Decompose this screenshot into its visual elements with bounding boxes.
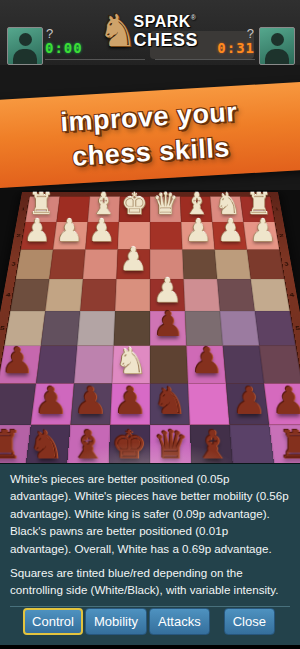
- registered-mark: ®: [191, 14, 197, 21]
- square-d5[interactable]: ♟: [150, 311, 186, 346]
- mobility-button[interactable]: Mobility: [85, 608, 147, 635]
- white-pawn[interactable]: ♟: [86, 213, 118, 248]
- square-a2[interactable]: ♟: [243, 222, 279, 249]
- square-f2[interactable]: ♟: [85, 222, 118, 249]
- white-queen[interactable]: ♛: [150, 190, 181, 221]
- square-a4[interactable]: [251, 279, 290, 311]
- square-g3[interactable]: [49, 249, 85, 279]
- black-pawn[interactable]: ♟: [150, 304, 186, 344]
- analysis-panel: White's pieces are better positioned (0.…: [0, 463, 300, 645]
- avatar-silhouette-icon: [271, 33, 284, 46]
- square-c6[interactable]: ♟: [186, 346, 226, 384]
- square-b3[interactable]: [215, 249, 251, 279]
- square-b6[interactable]: [223, 346, 264, 384]
- promo-banner: improve your chess skills: [0, 81, 300, 188]
- analysis-toolbar: ControlMobilityAttacksClose: [0, 608, 300, 635]
- square-g4[interactable]: [45, 279, 83, 311]
- sparkchess-logo: ♞ SPARK® CHESS: [98, 3, 198, 59]
- black-player-avatar[interactable]: [259, 27, 295, 65]
- logo-text-spark: SPARK®: [133, 14, 198, 30]
- bottom-strip: [0, 645, 300, 649]
- square-f4[interactable]: [80, 279, 116, 311]
- tint-explanation: Squares are tinted blue/red depending on…: [10, 564, 290, 599]
- square-h3[interactable]: [16, 249, 53, 279]
- square-d1[interactable]: ♛: [150, 196, 181, 222]
- square-c4[interactable]: [184, 279, 220, 311]
- white-pawn[interactable]: ♟: [182, 213, 214, 248]
- square-d2[interactable]: [150, 222, 182, 249]
- analysis-summary: White's pieces are better positioned (0.…: [10, 470, 290, 557]
- square-f3[interactable]: [83, 249, 118, 279]
- square-a5[interactable]: [255, 311, 296, 346]
- avatar-silhouette-icon: [265, 49, 289, 64]
- white-player-avatar[interactable]: [7, 27, 43, 65]
- square-h2[interactable]: ♟: [21, 222, 57, 249]
- white-player-name: ?: [46, 26, 53, 41]
- attacks-button[interactable]: Attacks: [149, 608, 210, 635]
- square-e1[interactable]: ♚: [119, 196, 150, 222]
- panel-divider: [10, 606, 290, 607]
- white-knight[interactable]: ♞: [112, 340, 150, 382]
- promo-banner-zone: improve your chess skills: [0, 65, 300, 190]
- white-clock: 0:00: [45, 40, 83, 56]
- square-d6[interactable]: [150, 346, 188, 384]
- black-clock: 0:31: [217, 40, 255, 56]
- white-pawn[interactable]: ♟: [247, 213, 279, 248]
- board-scene: 12345678 12345678 ♜♝♚♛♝♞♜♟♟♟♟♟♟♟♟♟♟♞♟♟♟♟…: [0, 190, 300, 463]
- square-c3[interactable]: [182, 249, 217, 279]
- square-f5[interactable]: [77, 311, 115, 346]
- square-f6[interactable]: [74, 346, 114, 384]
- square-a6[interactable]: [259, 346, 300, 384]
- black-pawn[interactable]: ♟: [0, 340, 36, 382]
- square-b4[interactable]: [217, 279, 255, 311]
- square-g2[interactable]: ♟: [53, 222, 88, 249]
- black-clock-underline: [155, 59, 255, 60]
- square-h4[interactable]: [10, 279, 49, 311]
- control-button[interactable]: Control: [23, 608, 83, 635]
- square-e4[interactable]: [115, 279, 150, 311]
- close-button[interactable]: Close: [224, 608, 275, 635]
- logo-text-chess: CHESS: [133, 31, 198, 49]
- white-pawn[interactable]: ♟: [53, 213, 85, 248]
- white-pawn[interactable]: ♟: [21, 213, 53, 248]
- square-e6[interactable]: ♞: [112, 346, 150, 384]
- white-pawn[interactable]: ♟: [117, 241, 150, 278]
- sparkchess-app: ? 0:00 ? 0:31 ♞ SPARK® CHESS improve you…: [0, 0, 300, 649]
- spotlight-glow: [0, 403, 300, 463]
- black-player-name: ?: [247, 26, 254, 41]
- square-g6[interactable]: [36, 346, 77, 384]
- square-a3[interactable]: [247, 249, 284, 279]
- header-bar: ? 0:00 ? 0:31 ♞ SPARK® CHESS: [0, 0, 300, 65]
- square-h6[interactable]: ♟: [0, 346, 41, 384]
- avatar-silhouette-icon: [19, 33, 32, 46]
- black-pawn[interactable]: ♟: [188, 340, 226, 382]
- square-c2[interactable]: ♟: [181, 222, 214, 249]
- white-king[interactable]: ♚: [119, 190, 150, 221]
- avatar-silhouette-icon: [13, 49, 37, 64]
- knight-logo-icon: ♞: [98, 3, 137, 59]
- square-e3[interactable]: ♟: [116, 249, 150, 279]
- square-g5[interactable]: [41, 311, 80, 346]
- white-pawn[interactable]: ♟: [214, 213, 246, 248]
- white-clock-underline: [45, 59, 145, 60]
- square-b2[interactable]: ♟: [212, 222, 247, 249]
